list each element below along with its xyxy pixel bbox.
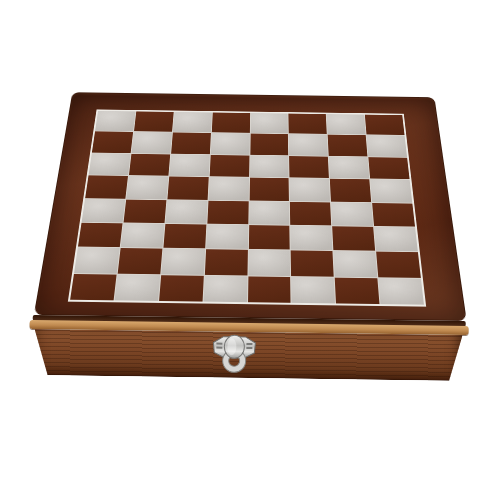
square-f3 bbox=[291, 226, 333, 251]
square-e3 bbox=[248, 225, 290, 250]
square-b2 bbox=[118, 248, 163, 274]
square-g2 bbox=[334, 251, 378, 277]
square-d8 bbox=[211, 113, 249, 134]
square-h7 bbox=[367, 135, 407, 156]
square-b3 bbox=[121, 223, 165, 248]
square-b6 bbox=[129, 154, 170, 176]
square-e2 bbox=[248, 250, 290, 276]
square-h2 bbox=[376, 252, 421, 278]
square-c2 bbox=[161, 249, 205, 275]
square-c4 bbox=[165, 200, 207, 224]
square-a3 bbox=[78, 223, 122, 248]
product-photo bbox=[0, 0, 500, 500]
square-h1 bbox=[378, 278, 424, 305]
square-c1 bbox=[159, 275, 204, 302]
square-g7 bbox=[328, 135, 368, 156]
square-h5 bbox=[370, 179, 412, 202]
chess-box bbox=[0, 0, 500, 500]
lid-top-surface bbox=[34, 92, 467, 321]
square-c7 bbox=[171, 133, 211, 154]
square-b5 bbox=[126, 176, 168, 199]
latch-clasp-graphic bbox=[208, 333, 261, 376]
square-d1 bbox=[203, 275, 247, 302]
square-a8 bbox=[95, 111, 135, 132]
square-c3 bbox=[163, 224, 206, 249]
square-g1 bbox=[335, 277, 380, 304]
square-f2 bbox=[291, 251, 334, 277]
chessboard bbox=[68, 109, 426, 306]
square-a4 bbox=[82, 199, 126, 223]
square-g4 bbox=[331, 202, 373, 226]
square-g8 bbox=[327, 114, 366, 135]
square-e4 bbox=[249, 201, 290, 225]
square-h8 bbox=[365, 115, 405, 136]
square-b7 bbox=[131, 132, 171, 153]
square-f1 bbox=[291, 277, 335, 304]
square-d3 bbox=[206, 224, 248, 249]
square-h3 bbox=[374, 227, 418, 252]
square-e8 bbox=[250, 113, 288, 134]
square-f5 bbox=[290, 178, 330, 201]
square-d7 bbox=[210, 133, 249, 154]
square-f8 bbox=[289, 114, 327, 135]
square-e5 bbox=[249, 178, 289, 201]
square-a2 bbox=[74, 248, 119, 274]
square-e7 bbox=[250, 134, 289, 155]
square-c6 bbox=[169, 154, 209, 176]
square-d4 bbox=[207, 200, 248, 224]
square-g6 bbox=[329, 156, 369, 178]
square-g5 bbox=[330, 179, 371, 202]
square-f4 bbox=[290, 201, 331, 225]
square-d5 bbox=[208, 177, 248, 200]
latch-clasp bbox=[208, 333, 261, 376]
square-g3 bbox=[332, 226, 375, 251]
square-a5 bbox=[85, 175, 128, 198]
square-d2 bbox=[205, 249, 248, 275]
square-f6 bbox=[289, 156, 329, 178]
square-a6 bbox=[89, 153, 131, 175]
square-h6 bbox=[368, 157, 409, 179]
square-e6 bbox=[250, 155, 289, 177]
square-b4 bbox=[123, 199, 166, 223]
square-d6 bbox=[209, 155, 249, 177]
square-f7 bbox=[289, 134, 328, 155]
square-b1 bbox=[114, 274, 160, 301]
square-a1 bbox=[70, 274, 116, 301]
square-b8 bbox=[134, 111, 174, 132]
square-e1 bbox=[248, 276, 291, 303]
square-c5 bbox=[167, 177, 208, 200]
square-c8 bbox=[173, 112, 212, 133]
box-lid bbox=[34, 47, 471, 321]
square-h4 bbox=[372, 203, 415, 227]
square-a7 bbox=[92, 132, 133, 153]
